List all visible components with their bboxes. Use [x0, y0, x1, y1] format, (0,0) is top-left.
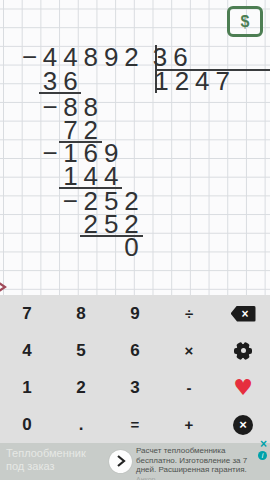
- division-digit: 0: [121, 236, 142, 259]
- key-settings[interactable]: [216, 332, 270, 369]
- key-6[interactable]: 6: [108, 332, 162, 369]
- money-button[interactable]: $: [227, 6, 263, 37]
- key-divide[interactable]: ÷: [162, 295, 216, 332]
- key-label: 4: [22, 341, 31, 361]
- key-7[interactable]: 7: [0, 295, 54, 332]
- quotient-digit: 4: [192, 70, 213, 93]
- key-label: ×: [185, 342, 194, 359]
- key-multiply[interactable]: ×: [162, 332, 216, 369]
- division-work: −4489236−8872−169144−2522520361247: [0, 0, 270, 295]
- dollar-icon: $: [241, 13, 250, 31]
- red-chevron-icon: [0, 279, 10, 295]
- division-digit: 6: [60, 70, 81, 93]
- app-screen: −4489236−8872−169144−2522520361247 $ 789…: [0, 0, 270, 480]
- backspace-icon: ×: [231, 306, 256, 322]
- key-1[interactable]: 1: [0, 369, 54, 406]
- key-label: 1: [22, 378, 31, 398]
- ad-left-line1: Теплообменник: [6, 447, 86, 460]
- key-label: +: [185, 416, 194, 433]
- ad-left-line2: под заказ: [6, 460, 86, 473]
- key-label: 9: [130, 304, 139, 324]
- key-8[interactable]: 8: [54, 295, 108, 332]
- heart-icon: ♥: [233, 377, 253, 399]
- ad-body-line3: дней. Расширенная гарантия.: [136, 465, 248, 475]
- ad-body-text: Расчет теплообменника бесплатно. Изготов…: [136, 446, 248, 480]
- key-0[interactable]: 0: [0, 406, 54, 443]
- key-9[interactable]: 9: [108, 295, 162, 332]
- key-2[interactable]: 2: [54, 369, 108, 406]
- key-minus[interactable]: -: [162, 369, 216, 406]
- grid-paper: −4489236−8872−169144−2522520361247 $: [0, 0, 270, 295]
- ad-body-line2: бесплатно. Изготовление за 7: [136, 456, 248, 466]
- ad-body-line1: Расчет теплообменника: [136, 446, 248, 456]
- key-equals[interactable]: =: [108, 406, 162, 443]
- chevron-right-icon: [116, 455, 126, 467]
- ad-cta-button[interactable]: [109, 450, 132, 473]
- minus-sign: −: [40, 142, 61, 165]
- key-3[interactable]: 3: [108, 369, 162, 406]
- quotient-digit: 2: [171, 70, 192, 93]
- division-digit: 4: [80, 165, 101, 188]
- key-4[interactable]: 4: [0, 332, 54, 369]
- division-digit: 1: [60, 165, 81, 188]
- ad-banner[interactable]: Теплообменник под заказ Расчет теплообме…: [0, 443, 270, 480]
- minus-sign: −: [19, 46, 40, 69]
- division-digit: 4: [101, 165, 122, 188]
- key-backspace[interactable]: ×: [216, 295, 270, 332]
- division-digit: 5: [101, 213, 122, 236]
- ad-info-icon[interactable]: i: [258, 451, 267, 460]
- quotient-digit: 1: [151, 70, 172, 93]
- key-5[interactable]: 5: [54, 332, 108, 369]
- key-label: -: [187, 379, 192, 396]
- division-digit: 9: [101, 46, 122, 69]
- key-label: .: [79, 415, 84, 435]
- quotient-digit: 7: [212, 70, 233, 93]
- key-label: =: [131, 416, 140, 433]
- key-label: 0: [22, 415, 31, 435]
- close-icon: ×: [233, 415, 253, 435]
- key-label: 5: [76, 341, 85, 361]
- keypad: 789÷×456×123-♥0.=+×: [0, 295, 270, 443]
- ad-advertiser: Анкор: [136, 476, 248, 480]
- key-decimal[interactable]: .: [54, 406, 108, 443]
- key-label: 2: [76, 378, 85, 398]
- key-favorite[interactable]: ♥: [216, 369, 270, 406]
- key-label: 6: [130, 341, 139, 361]
- ad-left-title: Теплообменник под заказ: [6, 447, 86, 473]
- key-label: 7: [22, 304, 31, 324]
- gear-icon: [232, 340, 254, 362]
- minus-sign: −: [40, 96, 61, 119]
- ad-close-icon[interactable]: ×: [260, 438, 267, 450]
- key-label: ÷: [185, 305, 193, 322]
- minus-sign: −: [60, 190, 81, 213]
- division-digit: 8: [80, 46, 101, 69]
- key-label: 3: [130, 378, 139, 398]
- division-digit: 3: [40, 70, 61, 93]
- key-plus[interactable]: +: [162, 406, 216, 443]
- division-digit: 2: [80, 213, 101, 236]
- key-label: 8: [76, 304, 85, 324]
- division-digit: 2: [121, 46, 142, 69]
